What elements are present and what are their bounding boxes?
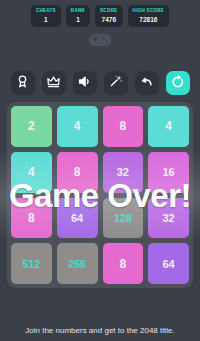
- stat-high-score-label: HIGH SCORE: [133, 8, 165, 13]
- sound-button[interactable]: [73, 71, 97, 95]
- stat-score-label: SCORE: [100, 8, 118, 13]
- stat-rank: RANK 1: [66, 5, 90, 27]
- stat-rank-label: RANK: [71, 8, 85, 13]
- footer-caption: Join the numbers and get to the 2048 tit…: [0, 326, 200, 335]
- undo-button[interactable]: [135, 71, 159, 95]
- toolbar: [0, 71, 200, 95]
- award-button[interactable]: [11, 71, 35, 95]
- sound-icon: [77, 74, 92, 92]
- tile-r4-c3: 8: [103, 243, 144, 284]
- stat-cheats-label: CHEATS: [36, 8, 56, 13]
- tile-r1-c3: 8: [103, 106, 144, 147]
- stats-bar: CHEATS 1 RANK 1 SCORE 7476 HIGH SCORE 72…: [0, 5, 200, 27]
- stat-score-value: 7476: [102, 16, 116, 23]
- stat-score: SCORE 7476: [95, 5, 123, 27]
- tile-r4-c4: 64: [148, 243, 189, 284]
- award-icon: [15, 74, 30, 92]
- tile-r1-c2: 4: [57, 106, 98, 147]
- tile-r4-c1: 512: [11, 243, 52, 284]
- tile-r1-c1: 2: [11, 106, 52, 147]
- restart-icon: [170, 74, 186, 93]
- stat-cheats: CHEATS 1: [31, 5, 61, 27]
- undo-icon: [139, 74, 154, 92]
- app-screen: CHEATS 1 RANK 1 SCORE 7476 HIGH SCORE 72…: [0, 0, 200, 341]
- game-over-text: Game Over!: [0, 179, 200, 213]
- crown-icon: [46, 74, 61, 92]
- restart-button[interactable]: [166, 71, 190, 95]
- stat-cheats-value: 1: [44, 16, 48, 23]
- crown-button[interactable]: [42, 71, 66, 95]
- gamepad-icon[interactable]: [0, 32, 200, 48]
- stat-high-score-value: 72816: [139, 16, 157, 23]
- stat-rank-value: 1: [76, 16, 80, 23]
- tile-r4-c2: 256: [57, 243, 98, 284]
- magic-wand-button[interactable]: [104, 71, 128, 95]
- magic-wand-icon: [108, 74, 123, 92]
- tile-r1-c4: 4: [148, 106, 189, 147]
- stat-high-score: HIGH SCORE 72816: [128, 5, 170, 27]
